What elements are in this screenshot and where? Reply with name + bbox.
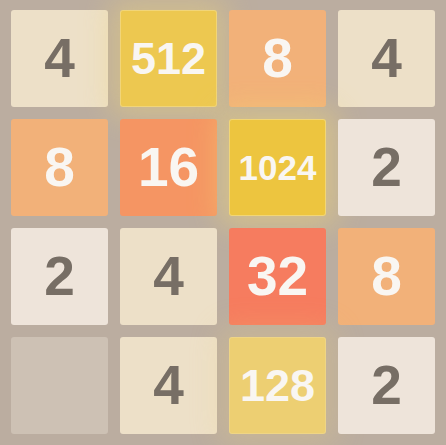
tile-4-r3c2: 4 bbox=[120, 228, 217, 325]
tile-32-r3c3: 32 bbox=[229, 228, 326, 325]
tile-16-r2c2: 16 bbox=[120, 119, 217, 216]
tile-128-r4c3: 128 bbox=[229, 337, 326, 434]
tile-512-r1c2: 512 bbox=[120, 10, 217, 107]
tile-4-r1c1: 4 bbox=[11, 10, 108, 107]
tile-2-r4c4: 2 bbox=[338, 337, 435, 434]
tile-2-r2c4: 2 bbox=[338, 119, 435, 216]
tile-8-r1c3: 8 bbox=[229, 10, 326, 107]
tile-4-r4c2: 4 bbox=[120, 337, 217, 434]
tile-8-r2c1: 8 bbox=[11, 119, 108, 216]
tile-4-r1c4: 4 bbox=[338, 10, 435, 107]
tile-8-r3c4: 8 bbox=[338, 228, 435, 325]
tile-1024-r2c3: 1024 bbox=[229, 119, 326, 216]
tile-2-r3c1: 2 bbox=[11, 228, 108, 325]
empty-cell-r4c1 bbox=[11, 337, 108, 434]
game-board-2048[interactable]: 451284816102422432841282 bbox=[0, 0, 446, 445]
